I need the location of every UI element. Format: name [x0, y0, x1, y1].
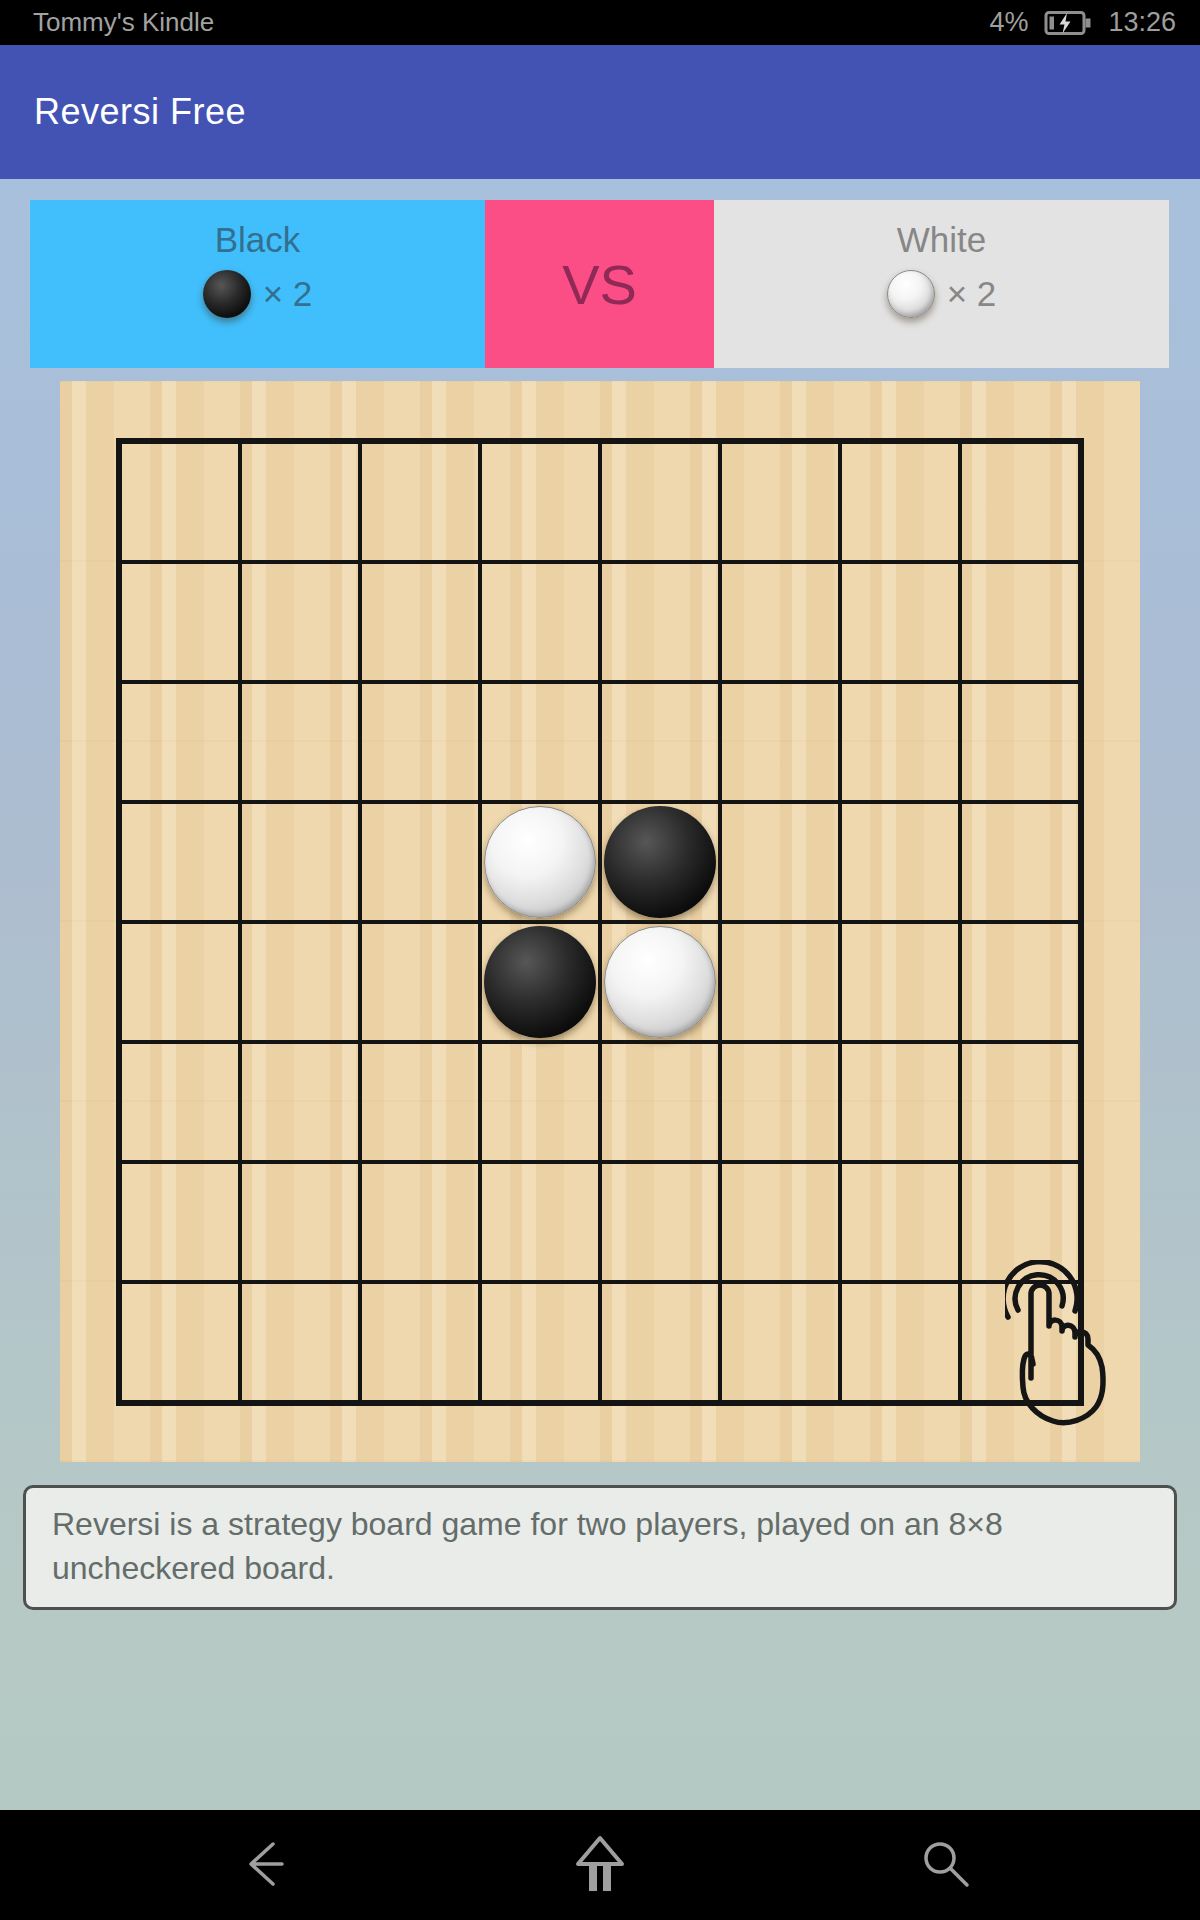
board-cell-f4[interactable]: [720, 802, 840, 922]
board-cell-c1[interactable]: [360, 442, 480, 562]
board-cell-f1[interactable]: [720, 442, 840, 562]
black-disc-icon: [203, 270, 251, 318]
board-cell-g4[interactable]: [840, 802, 960, 922]
white-count: × 2: [947, 274, 997, 314]
white-disc: [484, 806, 596, 918]
board-cell-a4[interactable]: [120, 802, 240, 922]
board-grid: [116, 438, 1084, 1406]
status-bar: Tommy's Kindle 4% 13:26: [0, 0, 1200, 45]
status-right-cluster: 4% 13:26: [989, 7, 1176, 38]
board-cell-g6[interactable]: [840, 1042, 960, 1162]
board-cell-e6[interactable]: [600, 1042, 720, 1162]
board-cell-h4[interactable]: [960, 802, 1080, 922]
back-arrow-icon: [237, 1836, 293, 1895]
board-cell-h2[interactable]: [960, 562, 1080, 682]
board-cell-d3[interactable]: [480, 682, 600, 802]
board-cell-e7[interactable]: [600, 1162, 720, 1282]
board-cell-e8[interactable]: [600, 1282, 720, 1402]
board-cell-d1[interactable]: [480, 442, 600, 562]
board-cell-f2[interactable]: [720, 562, 840, 682]
board-cell-g3[interactable]: [840, 682, 960, 802]
clock: 13:26: [1108, 7, 1176, 38]
black-label: Black: [215, 220, 301, 260]
board-cell-g7[interactable]: [840, 1162, 960, 1282]
board-cell-e4[interactable]: [600, 802, 720, 922]
black-disc: [604, 806, 716, 918]
board-cell-e2[interactable]: [600, 562, 720, 682]
board-cell-g2[interactable]: [840, 562, 960, 682]
board-cell-a3[interactable]: [120, 682, 240, 802]
board-cell-c7[interactable]: [360, 1162, 480, 1282]
board-cell-d7[interactable]: [480, 1162, 600, 1282]
board-cell-b2[interactable]: [240, 562, 360, 682]
board-cell-f6[interactable]: [720, 1042, 840, 1162]
board-cell-b3[interactable]: [240, 682, 360, 802]
vs-label: VS: [562, 252, 637, 317]
board-cell-d5[interactable]: [480, 922, 600, 1042]
search-button[interactable]: [870, 1810, 1020, 1920]
board-cell-d6[interactable]: [480, 1042, 600, 1162]
app-bar: Reversi Free: [0, 45, 1200, 179]
board-cell-a7[interactable]: [120, 1162, 240, 1282]
board-cell-h6[interactable]: [960, 1042, 1080, 1162]
white-label: White: [897, 220, 986, 260]
board-cell-f3[interactable]: [720, 682, 840, 802]
board-cell-e3[interactable]: [600, 682, 720, 802]
board-cell-g5[interactable]: [840, 922, 960, 1042]
page-title: Reversi Free: [34, 91, 246, 133]
black-score-panel: Black × 2: [30, 200, 485, 368]
battery-charging-icon: [1044, 9, 1092, 37]
black-count: × 2: [263, 274, 313, 314]
board-cell-f8[interactable]: [720, 1282, 840, 1402]
board-cell-a8[interactable]: [120, 1282, 240, 1402]
game-board[interactable]: [60, 381, 1140, 1462]
battery-percent: 4%: [989, 7, 1028, 38]
back-button[interactable]: [190, 1810, 340, 1920]
board-cell-g1[interactable]: [840, 442, 960, 562]
black-count-row: × 2: [203, 270, 313, 318]
white-disc: [604, 926, 716, 1038]
device-name: Tommy's Kindle: [33, 7, 214, 38]
home-button[interactable]: [525, 1810, 675, 1920]
tap-gesture-icon: [1005, 1260, 1112, 1430]
board-cell-f5[interactable]: [720, 922, 840, 1042]
board-cell-a6[interactable]: [120, 1042, 240, 1162]
board-cell-h3[interactable]: [960, 682, 1080, 802]
board-cell-c8[interactable]: [360, 1282, 480, 1402]
board-cell-g8[interactable]: [840, 1282, 960, 1402]
board-cell-h5[interactable]: [960, 922, 1080, 1042]
white-count-row: × 2: [887, 270, 997, 318]
board-cell-c5[interactable]: [360, 922, 480, 1042]
board-cell-e5[interactable]: [600, 922, 720, 1042]
vs-panel: VS: [485, 200, 714, 368]
board-cell-d2[interactable]: [480, 562, 600, 682]
black-disc: [484, 926, 596, 1038]
info-text: Reversi is a strategy board game for two…: [52, 1502, 1148, 1590]
board-cell-b5[interactable]: [240, 922, 360, 1042]
board-cell-d8[interactable]: [480, 1282, 600, 1402]
scoreboard: Black × 2 VS White × 2: [30, 200, 1169, 368]
board-cell-c4[interactable]: [360, 802, 480, 922]
screen: Tommy's Kindle 4% 13:26 Reversi Free Bla…: [0, 0, 1200, 1920]
board-cell-b4[interactable]: [240, 802, 360, 922]
board-cell-a1[interactable]: [120, 442, 240, 562]
white-disc-icon: [887, 270, 935, 318]
board-cell-e1[interactable]: [600, 442, 720, 562]
search-icon: [917, 1836, 973, 1895]
board-cell-c3[interactable]: [360, 682, 480, 802]
board-cell-c2[interactable]: [360, 562, 480, 682]
info-box: Reversi is a strategy board game for two…: [23, 1485, 1177, 1610]
board-cell-a5[interactable]: [120, 922, 240, 1042]
board-cell-b1[interactable]: [240, 442, 360, 562]
board-cell-h1[interactable]: [960, 442, 1080, 562]
board-cell-b6[interactable]: [240, 1042, 360, 1162]
white-score-panel: White × 2: [714, 200, 1169, 368]
board-cell-b7[interactable]: [240, 1162, 360, 1282]
board-cell-d4[interactable]: [480, 802, 600, 922]
home-icon: [572, 1835, 628, 1896]
nav-bar: [0, 1810, 1200, 1920]
board-cell-f7[interactable]: [720, 1162, 840, 1282]
board-cell-b8[interactable]: [240, 1282, 360, 1402]
board-cell-a2[interactable]: [120, 562, 240, 682]
board-cell-c6[interactable]: [360, 1042, 480, 1162]
